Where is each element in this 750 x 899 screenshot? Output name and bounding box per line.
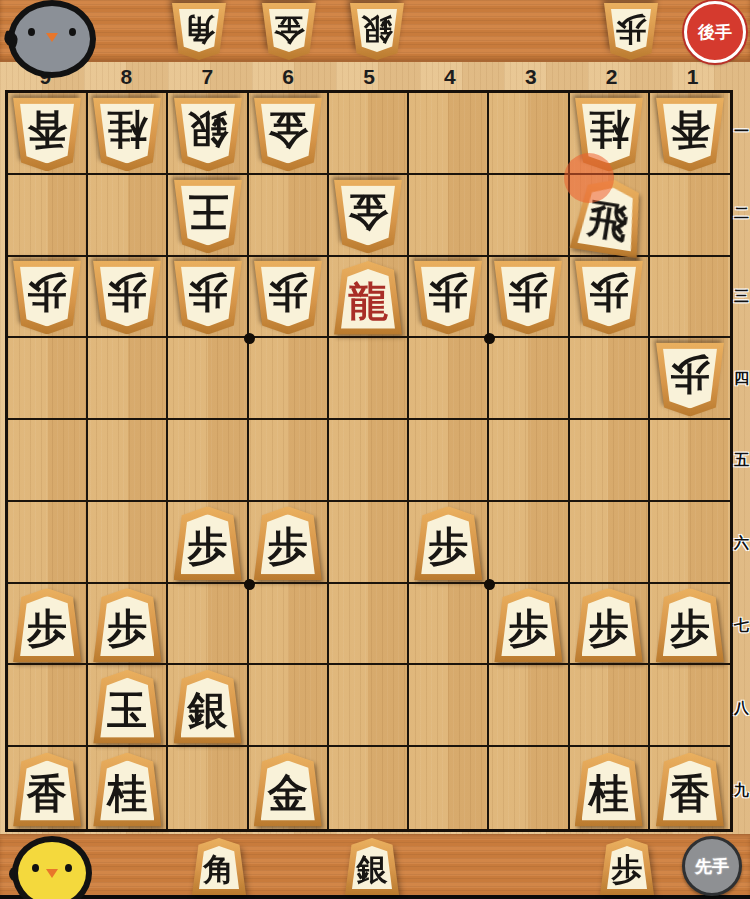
square-8-5[interactable]	[88, 420, 168, 502]
piece-歩-sente[interactable]: 歩	[174, 506, 242, 580]
piece-kanji: 歩	[254, 274, 322, 314]
piece-kanji: 金	[254, 111, 322, 151]
square-2-5[interactable]	[570, 420, 650, 502]
piece-kanji: 桂	[93, 773, 161, 813]
file-label-3: 3	[490, 62, 571, 90]
piece-kanji: 桂	[575, 773, 643, 813]
rank-label-6: 六	[733, 502, 750, 584]
piece-kanji: 歩	[174, 527, 242, 567]
piece-王-gote[interactable]: 王	[174, 179, 242, 253]
avatar-beak-icon	[46, 33, 58, 42]
sente-player-bar: 先手 角銀歩	[0, 834, 750, 895]
piece-kanji: 金	[254, 773, 322, 813]
square-2-4[interactable]	[570, 338, 650, 420]
square-4-1[interactable]	[409, 93, 489, 175]
square-5-8[interactable]	[329, 665, 409, 747]
piece-kanji: 歩	[414, 527, 482, 567]
piece-香-sente[interactable]: 香	[13, 753, 81, 827]
piece-kanji: 玉	[93, 690, 161, 730]
piece-歩-gote[interactable]: 歩	[13, 261, 81, 335]
board-margin-wood: 987654321 香桂銀金桂香王金飛歩歩歩歩龍歩歩歩歩歩歩歩歩歩歩歩歩玉銀香桂…	[0, 62, 750, 834]
hand-piece-金-gote[interactable]: 金	[262, 3, 316, 60]
file-label-8: 8	[86, 62, 167, 90]
square-9-6[interactable]	[8, 502, 88, 584]
piece-kanji: 香	[656, 773, 724, 813]
square-5-6[interactable]	[329, 502, 409, 584]
piece-kanji: 香	[13, 111, 81, 151]
square-8-4[interactable]	[88, 338, 168, 420]
square-7-9[interactable]	[168, 747, 248, 829]
square-3-4[interactable]	[489, 338, 569, 420]
piece-kanji: 桂	[575, 111, 643, 151]
square-5-5[interactable]	[329, 420, 409, 502]
piece-銀-gote[interactable]: 銀	[174, 97, 242, 171]
piece-香-gote[interactable]: 香	[656, 97, 724, 171]
piece-歩-gote[interactable]: 歩	[656, 343, 724, 417]
piece-kanji: 歩	[414, 274, 482, 314]
piece-歩-sente[interactable]: 歩	[93, 588, 161, 662]
square-9-1[interactable]: 香	[8, 93, 88, 175]
square-5-9[interactable]	[329, 747, 409, 829]
square-6-3[interactable]: 歩	[249, 257, 329, 339]
piece-kanji: 歩	[575, 274, 643, 314]
piece-歩-sente[interactable]: 歩	[494, 588, 562, 662]
piece-歩-sente[interactable]: 歩	[575, 588, 643, 662]
piece-金-sente[interactable]: 金	[254, 753, 322, 827]
piece-kanji: 歩	[93, 609, 161, 649]
avatar-eye-icon	[69, 28, 76, 36]
square-4-6[interactable]: 歩	[409, 502, 489, 584]
piece-kanji: 歩	[494, 609, 562, 649]
piece-歩-sente[interactable]: 歩	[656, 588, 724, 662]
hand-piece-角-gote[interactable]: 角	[172, 3, 226, 60]
square-1-2[interactable]	[650, 175, 730, 257]
piece-kanji: 銀	[174, 111, 242, 151]
rank-label-3: 三	[733, 255, 750, 337]
star-point	[244, 333, 255, 344]
square-2-8[interactable]	[570, 665, 650, 747]
square-9-4[interactable]	[8, 338, 88, 420]
hand-piece-銀-sente[interactable]: 銀	[345, 838, 399, 895]
piece-kanji: 歩	[93, 274, 161, 314]
square-4-7[interactable]	[409, 584, 489, 666]
piece-kanji: 角	[192, 854, 246, 885]
piece-銀-sente[interactable]: 銀	[174, 670, 242, 744]
square-2-6[interactable]	[570, 502, 650, 584]
piece-kanji: 歩	[604, 13, 658, 44]
piece-歩-gote[interactable]: 歩	[254, 261, 322, 335]
gote-badge: 後手	[684, 1, 746, 63]
square-6-5[interactable]	[249, 420, 329, 502]
gote-player-bar: 後手 角金銀歩	[0, 0, 750, 62]
square-7-1[interactable]: 銀	[168, 93, 248, 175]
piece-kanji: 歩	[575, 609, 643, 649]
square-6-9[interactable]: 金	[249, 747, 329, 829]
file-label-6: 6	[248, 62, 329, 90]
piece-歩-gote[interactable]: 歩	[414, 261, 482, 335]
square-7-6[interactable]: 歩	[168, 502, 248, 584]
sente-badge: 先手	[682, 836, 742, 896]
piece-桂-sente[interactable]: 桂	[93, 753, 161, 827]
square-5-1[interactable]	[329, 93, 409, 175]
square-3-8[interactable]	[489, 665, 569, 747]
avatar-beak-icon	[46, 869, 58, 878]
square-9-5[interactable]	[8, 420, 88, 502]
square-4-9[interactable]	[409, 747, 489, 829]
piece-kanji: 歩	[656, 356, 724, 396]
square-1-7[interactable]: 歩	[650, 584, 730, 666]
piece-kanji: 歩	[174, 274, 242, 314]
square-7-7[interactable]	[168, 584, 248, 666]
piece-kanji: 歩	[13, 274, 81, 314]
square-4-3[interactable]: 歩	[409, 257, 489, 339]
square-6-2[interactable]	[249, 175, 329, 257]
rank-kanji-labels: 一二三四五六七八九	[733, 90, 750, 832]
square-8-6[interactable]	[88, 502, 168, 584]
piece-kanji: 金	[334, 192, 402, 232]
square-8-2[interactable]	[88, 175, 168, 257]
rank-label-5: 五	[733, 420, 750, 502]
avatar-eye-icon	[28, 28, 35, 36]
piece-玉-sente[interactable]: 玉	[93, 670, 161, 744]
piece-桂-gote[interactable]: 桂	[575, 97, 643, 171]
square-6-8[interactable]	[249, 665, 329, 747]
square-1-6[interactable]	[650, 502, 730, 584]
square-2-1[interactable]: 桂	[570, 93, 650, 175]
piece-kanji: 歩	[13, 609, 81, 649]
piece-歩-gote[interactable]: 歩	[93, 261, 161, 335]
piece-香-sente[interactable]: 香	[656, 753, 724, 827]
avatar-eye-icon	[65, 864, 72, 872]
square-6-4[interactable]	[249, 338, 329, 420]
star-point	[244, 579, 255, 590]
star-point	[484, 579, 495, 590]
hand-piece-銀-gote[interactable]: 銀	[350, 3, 404, 60]
shogi-board: 香桂銀金桂香王金飛歩歩歩歩龍歩歩歩歩歩歩歩歩歩歩歩歩玉銀香桂金桂香	[5, 90, 733, 832]
piece-桂-sente[interactable]: 桂	[575, 753, 643, 827]
square-1-3[interactable]	[650, 257, 730, 339]
piece-歩-gote[interactable]: 歩	[575, 261, 643, 335]
square-1-9[interactable]: 香	[650, 747, 730, 829]
square-7-8[interactable]: 銀	[168, 665, 248, 747]
piece-kanji: 銀	[350, 13, 404, 44]
square-5-7[interactable]	[329, 584, 409, 666]
piece-歩-sente[interactable]: 歩	[414, 506, 482, 580]
rank-label-7: 七	[733, 585, 750, 667]
rank-label-2: 二	[733, 172, 750, 254]
piece-kanji: 桂	[93, 111, 161, 151]
piece-kanji: 龍	[334, 282, 402, 322]
square-5-2[interactable]: 金	[329, 175, 409, 257]
file-label-4: 4	[409, 62, 490, 90]
square-2-9[interactable]: 桂	[570, 747, 650, 829]
square-3-9[interactable]	[489, 747, 569, 829]
square-3-7[interactable]: 歩	[489, 584, 569, 666]
rank-label-1: 一	[733, 90, 750, 172]
window-bottom-edge	[0, 895, 750, 899]
file-label-7: 7	[167, 62, 248, 90]
square-9-3[interactable]: 歩	[8, 257, 88, 339]
square-4-2[interactable]	[409, 175, 489, 257]
square-3-2[interactable]	[489, 175, 569, 257]
hand-piece-角-sente[interactable]: 角	[192, 838, 246, 895]
avatar-eye-icon	[32, 864, 39, 872]
piece-kanji: 歩	[254, 527, 322, 567]
square-8-3[interactable]: 歩	[88, 257, 168, 339]
gote-avatar-gray-bird-icon	[8, 0, 96, 78]
square-3-1[interactable]	[489, 93, 569, 175]
square-2-2[interactable]: 飛	[570, 175, 650, 257]
piece-kanji: 銀	[174, 690, 242, 730]
square-7-5[interactable]	[168, 420, 248, 502]
square-8-8[interactable]: 玉	[88, 665, 168, 747]
square-1-4[interactable]: 歩	[650, 338, 730, 420]
square-4-8[interactable]	[409, 665, 489, 747]
piece-kanji: 香	[13, 773, 81, 813]
rank-label-9: 九	[733, 750, 750, 832]
piece-kanji: 歩	[656, 609, 724, 649]
piece-歩-gote[interactable]: 歩	[494, 261, 562, 335]
piece-歩-sente[interactable]: 歩	[254, 506, 322, 580]
square-7-3[interactable]: 歩	[168, 257, 248, 339]
square-8-7[interactable]: 歩	[88, 584, 168, 666]
file-label-5: 5	[329, 62, 410, 90]
square-3-6[interactable]	[489, 502, 569, 584]
square-9-9[interactable]: 香	[8, 747, 88, 829]
square-4-4[interactable]	[409, 338, 489, 420]
square-3-5[interactable]	[489, 420, 569, 502]
square-7-2[interactable]: 王	[168, 175, 248, 257]
file-number-labels: 987654321	[5, 62, 733, 90]
piece-kanji: 角	[172, 13, 226, 44]
square-1-5[interactable]	[650, 420, 730, 502]
square-6-1[interactable]: 金	[249, 93, 329, 175]
piece-kanji: 王	[174, 192, 242, 232]
hand-piece-歩-sente[interactable]: 歩	[600, 838, 654, 895]
file-label-2: 2	[571, 62, 652, 90]
rank-label-8: 八	[733, 667, 750, 749]
square-4-5[interactable]	[409, 420, 489, 502]
piece-桂-gote[interactable]: 桂	[93, 97, 161, 171]
sente-avatar-yellow-chick-icon	[12, 836, 92, 899]
square-7-4[interactable]	[168, 338, 248, 420]
piece-kanji: 金	[262, 13, 316, 44]
square-5-4[interactable]	[329, 338, 409, 420]
square-5-3[interactable]: 龍	[329, 257, 409, 339]
piece-kanji: 香	[656, 111, 724, 151]
square-2-7[interactable]: 歩	[570, 584, 650, 666]
square-6-7[interactable]	[249, 584, 329, 666]
piece-歩-sente[interactable]: 歩	[13, 588, 81, 662]
square-6-6[interactable]: 歩	[249, 502, 329, 584]
piece-kanji: 銀	[345, 854, 399, 885]
piece-金-gote[interactable]: 金	[334, 179, 402, 253]
piece-龍-sente[interactable]: 龍	[334, 261, 402, 335]
square-9-7[interactable]: 歩	[8, 584, 88, 666]
square-3-3[interactable]: 歩	[489, 257, 569, 339]
square-1-1[interactable]: 香	[650, 93, 730, 175]
square-8-9[interactable]: 桂	[88, 747, 168, 829]
rank-label-4: 四	[733, 337, 750, 419]
piece-飛-sente[interactable]: 飛	[569, 174, 648, 258]
piece-金-gote[interactable]: 金	[254, 97, 322, 171]
piece-香-gote[interactable]: 香	[13, 97, 81, 171]
square-8-1[interactable]: 桂	[88, 93, 168, 175]
file-label-1: 1	[652, 62, 733, 90]
square-1-8[interactable]	[650, 665, 730, 747]
piece-歩-gote[interactable]: 歩	[174, 261, 242, 335]
shogi-app: 後手 角金銀歩 987654321 香桂銀金桂香王金飛歩歩歩歩龍歩歩歩歩歩歩歩歩…	[0, 0, 750, 899]
hand-piece-歩-gote[interactable]: 歩	[604, 3, 658, 60]
square-9-2[interactable]	[8, 175, 88, 257]
square-9-8[interactable]	[8, 665, 88, 747]
piece-kanji: 歩	[600, 854, 654, 885]
piece-kanji: 歩	[494, 274, 562, 314]
square-2-3[interactable]: 歩	[570, 257, 650, 339]
